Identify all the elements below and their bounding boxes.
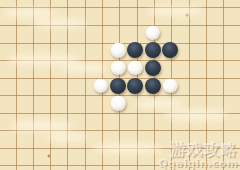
- black-stone: [145, 42, 161, 58]
- board-smudge: [165, 109, 227, 121]
- white-stone: [111, 96, 126, 111]
- white-stone: [94, 78, 109, 93]
- board-smudge: [135, 99, 183, 109]
- black-stone: [145, 78, 161, 94]
- board-smudge: [46, 132, 88, 142]
- black-stone: [145, 60, 161, 76]
- black-stone: [162, 42, 178, 58]
- black-stone: [110, 78, 126, 94]
- gomoku-board[interactable]: [0, 0, 240, 170]
- white-stone: [146, 26, 161, 41]
- gomoku-game-screen: 游戏攻略 Qqaiqin.com: [0, 0, 240, 170]
- grid-line-horizontal: [0, 165, 240, 166]
- board-smudge: [92, 143, 162, 154]
- board-smudge: [148, 6, 203, 16]
- board-smudge: [4, 8, 56, 18]
- white-stone: [128, 61, 143, 76]
- board-smudge: [32, 18, 87, 28]
- star-point: [47, 154, 50, 157]
- black-stone: [127, 78, 143, 94]
- board-smudge: [10, 120, 72, 132]
- board-smudge: [62, 63, 107, 73]
- white-stone: [163, 78, 178, 93]
- black-stone: [127, 42, 143, 58]
- white-stone: [111, 43, 126, 58]
- white-stone: [111, 61, 126, 76]
